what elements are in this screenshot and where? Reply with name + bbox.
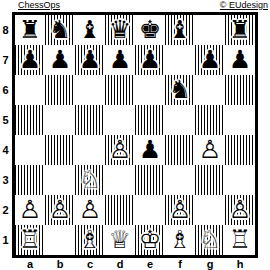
square-a4[interactable] bbox=[15, 135, 45, 165]
piece-black-pawn: ♟ bbox=[79, 45, 101, 75]
square-g3[interactable] bbox=[195, 165, 225, 195]
square-g5[interactable] bbox=[195, 105, 225, 135]
piece-white-pawn: ♙ bbox=[169, 195, 191, 225]
piece-black-pawn: ♟ bbox=[229, 45, 251, 75]
rank-label-6: 6 bbox=[0, 75, 11, 105]
rank-labels: 87654321 bbox=[0, 15, 11, 255]
piece-black-pawn: ♟ bbox=[109, 45, 131, 75]
square-e4[interactable]: ♟ bbox=[135, 135, 165, 165]
chess-board: ♜♞♝♛♚♝♜♟♟♟♟♟♟♟♞♙♟♙♘♙♙♙♙♙♖♗♕♔♗♘♖ bbox=[12, 12, 258, 258]
piece-black-king: ♚ bbox=[139, 15, 161, 45]
square-d4[interactable]: ♙ bbox=[105, 135, 135, 165]
piece-white-pawn: ♙ bbox=[109, 135, 131, 165]
square-b4[interactable] bbox=[45, 135, 75, 165]
rank-label-8: 8 bbox=[0, 15, 11, 45]
square-c7[interactable]: ♟ bbox=[75, 45, 105, 75]
piece-black-queen: ♛ bbox=[109, 15, 131, 45]
piece-white-queen: ♕ bbox=[109, 225, 131, 255]
piece-black-pawn: ♟ bbox=[139, 45, 161, 75]
piece-white-pawn: ♙ bbox=[229, 195, 251, 225]
rank-label-2: 2 bbox=[0, 195, 11, 225]
rank-label-4: 4 bbox=[0, 135, 11, 165]
square-e6[interactable] bbox=[135, 75, 165, 105]
square-b7[interactable]: ♟ bbox=[45, 45, 75, 75]
square-g1[interactable]: ♘ bbox=[195, 225, 225, 255]
square-d6[interactable] bbox=[105, 75, 135, 105]
square-g2[interactable] bbox=[195, 195, 225, 225]
square-h8[interactable]: ♜ bbox=[225, 15, 255, 45]
piece-white-king: ♔ bbox=[139, 225, 161, 255]
square-e2[interactable] bbox=[135, 195, 165, 225]
square-f7[interactable] bbox=[165, 45, 195, 75]
square-f8[interactable]: ♝ bbox=[165, 15, 195, 45]
square-d3[interactable] bbox=[105, 165, 135, 195]
square-c2[interactable]: ♙ bbox=[75, 195, 105, 225]
square-d1[interactable]: ♕ bbox=[105, 225, 135, 255]
square-d2[interactable] bbox=[105, 195, 135, 225]
square-f6[interactable]: ♞ bbox=[165, 75, 195, 105]
square-h7[interactable]: ♟ bbox=[225, 45, 255, 75]
square-b8[interactable]: ♞ bbox=[45, 15, 75, 45]
square-g4[interactable]: ♙ bbox=[195, 135, 225, 165]
square-g8[interactable] bbox=[195, 15, 225, 45]
piece-white-rook: ♖ bbox=[229, 225, 251, 255]
piece-black-pawn: ♟ bbox=[199, 45, 221, 75]
square-f5[interactable] bbox=[165, 105, 195, 135]
piece-white-pawn: ♙ bbox=[79, 195, 101, 225]
square-c4[interactable] bbox=[75, 135, 105, 165]
piece-white-rook: ♖ bbox=[19, 225, 41, 255]
square-f1[interactable]: ♗ bbox=[165, 225, 195, 255]
file-label-d: d bbox=[105, 258, 135, 270]
square-h4[interactable] bbox=[225, 135, 255, 165]
square-c1[interactable]: ♗ bbox=[75, 225, 105, 255]
square-c6[interactable] bbox=[75, 75, 105, 105]
piece-black-rook: ♜ bbox=[19, 15, 41, 45]
square-h1[interactable]: ♖ bbox=[225, 225, 255, 255]
square-a8[interactable]: ♜ bbox=[15, 15, 45, 45]
square-e1[interactable]: ♔ bbox=[135, 225, 165, 255]
square-b3[interactable] bbox=[45, 165, 75, 195]
square-b2[interactable]: ♙ bbox=[45, 195, 75, 225]
piece-white-pawn: ♙ bbox=[49, 195, 71, 225]
square-f4[interactable] bbox=[165, 135, 195, 165]
piece-white-knight: ♘ bbox=[199, 225, 221, 255]
file-labels: abcdefgh bbox=[15, 258, 255, 270]
square-a2[interactable]: ♙ bbox=[15, 195, 45, 225]
piece-black-bishop: ♝ bbox=[169, 15, 191, 45]
piece-black-knight: ♞ bbox=[49, 15, 71, 45]
piece-black-knight: ♞ bbox=[169, 75, 191, 105]
rank-label-3: 3 bbox=[0, 165, 11, 195]
rank-label-1: 1 bbox=[0, 225, 11, 255]
square-f2[interactable]: ♙ bbox=[165, 195, 195, 225]
square-g6[interactable] bbox=[195, 75, 225, 105]
square-b5[interactable] bbox=[45, 105, 75, 135]
square-e3[interactable] bbox=[135, 165, 165, 195]
square-d8[interactable]: ♛ bbox=[105, 15, 135, 45]
piece-black-pawn: ♟ bbox=[19, 45, 41, 75]
square-c8[interactable]: ♝ bbox=[75, 15, 105, 45]
file-label-h: h bbox=[225, 258, 255, 270]
rank-label-7: 7 bbox=[0, 45, 11, 75]
square-h2[interactable]: ♙ bbox=[225, 195, 255, 225]
square-h6[interactable] bbox=[225, 75, 255, 105]
piece-black-bishop: ♝ bbox=[79, 15, 101, 45]
piece-black-pawn: ♟ bbox=[139, 135, 161, 165]
piece-black-rook: ♜ bbox=[229, 15, 251, 45]
file-label-c: c bbox=[75, 258, 105, 270]
square-e8[interactable]: ♚ bbox=[135, 15, 165, 45]
rank-label-5: 5 bbox=[0, 105, 11, 135]
square-a5[interactable] bbox=[15, 105, 45, 135]
square-d5[interactable] bbox=[105, 105, 135, 135]
square-g7[interactable]: ♟ bbox=[195, 45, 225, 75]
square-f3[interactable] bbox=[165, 165, 195, 195]
file-label-a: a bbox=[15, 258, 45, 270]
piece-black-pawn: ♟ bbox=[49, 45, 71, 75]
square-d7[interactable]: ♟ bbox=[105, 45, 135, 75]
piece-white-pawn: ♙ bbox=[19, 195, 41, 225]
square-e5[interactable] bbox=[135, 105, 165, 135]
copyright-label: © EUdesign bbox=[220, 0, 268, 11]
square-c3[interactable]: ♘ bbox=[75, 165, 105, 195]
square-a7[interactable]: ♟ bbox=[15, 45, 45, 75]
app-title: ChessOps bbox=[18, 0, 60, 11]
square-a1[interactable]: ♖ bbox=[15, 225, 45, 255]
square-a3[interactable] bbox=[15, 165, 45, 195]
square-h3[interactable] bbox=[225, 165, 255, 195]
piece-white-bishop: ♗ bbox=[79, 225, 101, 255]
square-b1[interactable] bbox=[45, 225, 75, 255]
file-label-g: g bbox=[195, 258, 225, 270]
file-label-f: f bbox=[165, 258, 195, 270]
file-label-e: e bbox=[135, 258, 165, 270]
square-e7[interactable]: ♟ bbox=[135, 45, 165, 75]
square-a6[interactable] bbox=[15, 75, 45, 105]
square-b6[interactable] bbox=[45, 75, 75, 105]
piece-white-bishop: ♗ bbox=[169, 225, 191, 255]
piece-white-knight: ♘ bbox=[79, 165, 101, 195]
file-label-b: b bbox=[45, 258, 75, 270]
square-h5[interactable] bbox=[225, 105, 255, 135]
square-c5[interactable] bbox=[75, 105, 105, 135]
piece-white-pawn: ♙ bbox=[199, 135, 221, 165]
